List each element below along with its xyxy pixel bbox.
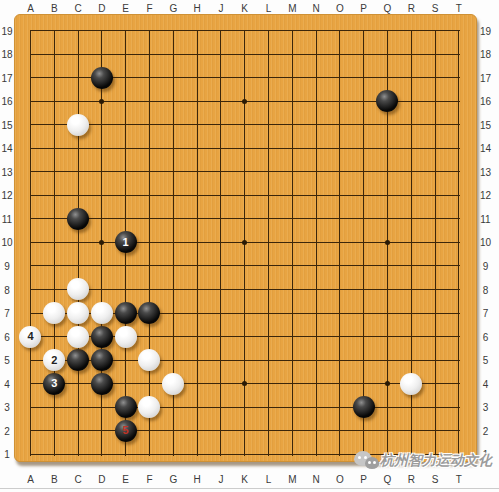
intersection-P3 [352, 395, 376, 419]
row-label-right-5: 5 [483, 355, 489, 366]
col-label-top-A: A [27, 2, 34, 13]
row-label-left-15: 15 [1, 119, 12, 130]
star-dot [385, 240, 390, 245]
white-stone-D7 [91, 302, 113, 324]
row-label-right-7: 7 [483, 308, 489, 319]
white-stone-E6 [115, 326, 137, 348]
wechat-eye [368, 461, 371, 464]
intersection-F3 [138, 395, 162, 419]
white-stone-B7 [43, 302, 65, 324]
row-label-left-13: 13 [1, 166, 12, 177]
col-label-top-O: O [336, 2, 344, 13]
row-label-left-1: 1 [4, 449, 10, 460]
col-label-top-E: E [122, 2, 129, 13]
star-point-D10 [90, 231, 114, 255]
intersection-R4 [399, 372, 423, 396]
intersection-D4 [90, 372, 114, 396]
row-label-left-3: 3 [4, 402, 10, 413]
intersection-B7 [42, 301, 66, 325]
intersection-E10: 1 [114, 231, 138, 255]
star-dot [242, 240, 247, 245]
row-label-left-16: 16 [1, 96, 12, 107]
star-dot [385, 381, 390, 386]
col-label-top-M: M [288, 2, 296, 13]
col-label-bottom-R: R [408, 473, 415, 484]
board-grid: 13542 [19, 19, 471, 466]
col-label-bottom-L: L [266, 473, 272, 484]
row-label-left-10: 10 [1, 237, 12, 248]
col-label-top-B: B [51, 2, 58, 13]
col-label-bottom-E: E [122, 473, 129, 484]
white-stone-C8 [67, 278, 89, 300]
move-number-5: 5 [123, 425, 129, 436]
col-label-bottom-K: K [241, 473, 248, 484]
black-stone-B4: 3 [43, 373, 65, 395]
go-board: 13542 [14, 14, 477, 462]
intersection-D5 [90, 348, 114, 372]
col-label-top-P: P [360, 2, 367, 13]
black-stone-D5 [91, 349, 113, 371]
intersection-C11 [66, 207, 90, 231]
col-label-top-D: D [98, 2, 105, 13]
col-label-top-K: K [241, 2, 248, 13]
intersection-E2: 5 [114, 419, 138, 443]
intersection-D7 [90, 301, 114, 325]
black-stone-D4 [91, 373, 113, 395]
intersection-D6 [90, 325, 114, 349]
col-label-bottom-Q: Q [384, 473, 392, 484]
black-stone-D6 [91, 326, 113, 348]
white-stone-G4 [162, 373, 184, 395]
black-stone-D17 [91, 67, 113, 89]
row-label-left-2: 2 [4, 425, 10, 436]
row-label-right-14: 14 [480, 143, 491, 154]
star-point-K16 [233, 89, 257, 113]
col-label-bottom-D: D [98, 473, 105, 484]
go-diagram-page: ABCDEFGHJKLMNOPQRST ABCDEFGHJKLMNOPQRST … [0, 0, 499, 492]
wechat-icon [354, 449, 380, 473]
star-point-K10 [233, 231, 257, 255]
col-label-top-S: S [432, 2, 439, 13]
intersection-B4: 3 [42, 372, 66, 396]
white-stone-C7 [67, 302, 89, 324]
black-stone-E2: 5 [115, 420, 137, 442]
white-stone-F3 [138, 396, 160, 418]
move-number-1: 1 [123, 237, 129, 248]
col-label-bottom-A: A [27, 473, 34, 484]
row-label-left-9: 9 [4, 261, 10, 272]
white-stone-B5: 2 [43, 349, 65, 371]
row-label-right-6: 6 [483, 331, 489, 342]
star-dot [99, 99, 104, 104]
col-label-bottom-P: P [360, 473, 367, 484]
intersection-B5: 2 [42, 348, 66, 372]
wechat-bubble-small [365, 457, 379, 469]
black-stone-E10: 1 [115, 231, 137, 253]
move-number-2: 2 [51, 355, 57, 366]
row-label-left-7: 7 [4, 308, 10, 319]
watermark-text: 杭州智力运动文化 [380, 452, 492, 470]
row-label-right-11: 11 [480, 213, 490, 224]
star-dot [242, 99, 247, 104]
col-label-top-F: F [146, 2, 152, 13]
watermark: 杭州智力运动文化 [354, 449, 492, 473]
intersection-C8 [66, 278, 90, 302]
row-label-left-8: 8 [4, 284, 10, 295]
col-label-bottom-S: S [432, 473, 439, 484]
white-stone-F5 [138, 349, 160, 371]
row-label-right-12: 12 [480, 190, 491, 201]
row-label-right-19: 19 [480, 25, 491, 36]
col-label-bottom-M: M [288, 473, 296, 484]
col-label-top-J: J [218, 2, 223, 13]
black-stone-C5 [67, 349, 89, 371]
row-label-left-19: 19 [1, 25, 12, 36]
move-number-3: 3 [51, 378, 57, 389]
intersection-C6 [66, 325, 90, 349]
intersection-C15 [66, 113, 90, 137]
intersection-F5 [138, 348, 162, 372]
row-label-left-17: 17 [1, 72, 12, 83]
black-stone-E3 [115, 396, 137, 418]
intersection-C7 [66, 301, 90, 325]
star-point-Q4 [376, 372, 400, 396]
row-label-left-12: 12 [1, 190, 12, 201]
col-label-bottom-O: O [336, 473, 344, 484]
black-stone-Q16 [376, 90, 398, 112]
col-label-bottom-F: F [146, 473, 152, 484]
col-label-bottom-N: N [312, 473, 319, 484]
row-label-right-18: 18 [480, 49, 491, 60]
col-label-bottom-J: J [218, 473, 223, 484]
star-point-D16 [90, 89, 114, 113]
col-label-bottom-C: C [74, 473, 81, 484]
col-label-top-L: L [266, 2, 272, 13]
col-label-top-Q: Q [384, 2, 392, 13]
intersection-E3 [114, 395, 138, 419]
intersection-F7 [138, 301, 162, 325]
move-number-4: 4 [27, 331, 33, 342]
row-label-left-4: 4 [4, 378, 10, 389]
star-dot [242, 381, 247, 386]
row-label-right-8: 8 [483, 284, 489, 295]
row-label-right-3: 3 [483, 402, 489, 413]
row-label-right-15: 15 [480, 119, 491, 130]
row-label-left-5: 5 [4, 355, 10, 366]
white-stone-A6: 4 [19, 326, 41, 348]
black-stone-P3 [353, 396, 375, 418]
black-stone-E7 [115, 302, 137, 324]
intersection-G4 [161, 372, 185, 396]
col-label-top-H: H [193, 2, 200, 13]
row-label-right-13: 13 [480, 166, 491, 177]
row-label-right-10: 10 [480, 237, 491, 248]
col-label-bottom-H: H [193, 473, 200, 484]
intersection-E7 [114, 301, 138, 325]
intersection-D17 [90, 66, 114, 90]
intersection-E6 [114, 325, 138, 349]
row-label-left-18: 18 [1, 49, 12, 60]
col-label-bottom-T: T [456, 473, 462, 484]
black-stone-F7 [138, 302, 160, 324]
intersection-A6: 4 [19, 325, 43, 349]
col-label-top-T: T [456, 2, 462, 13]
row-label-right-9: 9 [483, 261, 489, 272]
star-point-Q10 [376, 231, 400, 255]
row-label-left-14: 14 [1, 143, 12, 154]
white-stone-C15 [67, 114, 89, 136]
row-label-right-16: 16 [480, 96, 491, 107]
white-stone-R4 [400, 373, 422, 395]
row-label-right-17: 17 [480, 72, 491, 83]
intersection-Q16 [376, 89, 400, 113]
white-stone-C6 [67, 326, 89, 348]
row-label-right-4: 4 [483, 378, 489, 389]
row-label-left-11: 11 [2, 213, 12, 224]
wechat-eye [358, 456, 361, 459]
intersection-C5 [66, 348, 90, 372]
black-stone-C11 [67, 208, 89, 230]
row-label-right-2: 2 [483, 425, 489, 436]
star-point-K4 [233, 372, 257, 396]
wechat-eye [373, 461, 376, 464]
row-label-left-6: 6 [4, 331, 10, 342]
star-dot [99, 240, 104, 245]
col-label-top-N: N [312, 2, 319, 13]
col-label-bottom-G: G [169, 473, 177, 484]
bottom-divider [0, 488, 499, 489]
col-label-top-G: G [169, 2, 177, 13]
col-label-top-C: C [74, 2, 81, 13]
col-label-top-R: R [408, 2, 415, 13]
col-label-bottom-B: B [51, 473, 58, 484]
